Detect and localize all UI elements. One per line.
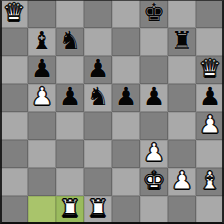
square-f2[interactable]: ♚ — [140, 168, 168, 196]
square-c5[interactable]: ♟ — [56, 84, 84, 112]
piece-black-pawn[interactable]: ♟ — [59, 83, 81, 111]
square-a7[interactable] — [0, 28, 28, 56]
square-d8[interactable] — [84, 0, 112, 28]
square-g3[interactable] — [168, 140, 196, 168]
piece-white-bishop[interactable]: ♝ — [199, 167, 221, 195]
piece-white-pawn[interactable]: ♟ — [143, 139, 165, 167]
square-d7[interactable] — [84, 28, 112, 56]
piece-black-knight[interactable]: ♞ — [87, 83, 109, 111]
square-f5[interactable]: ♟ — [140, 84, 168, 112]
square-g6[interactable] — [168, 56, 196, 84]
square-d2[interactable] — [84, 168, 112, 196]
square-e4[interactable] — [112, 112, 140, 140]
piece-black-bishop[interactable]: ♝ — [31, 27, 53, 55]
square-d4[interactable] — [84, 112, 112, 140]
square-f8[interactable]: ♚ — [140, 0, 168, 28]
piece-black-pawn[interactable]: ♟ — [115, 83, 137, 111]
square-e6[interactable] — [112, 56, 140, 84]
square-g4[interactable] — [168, 112, 196, 140]
square-b6[interactable]: ♟ — [28, 56, 56, 84]
square-f6[interactable] — [140, 56, 168, 84]
square-d3[interactable] — [84, 140, 112, 168]
square-f4[interactable] — [140, 112, 168, 140]
square-g7[interactable]: ♜ — [168, 28, 196, 56]
square-a3[interactable] — [0, 140, 28, 168]
chess-board-wrap: ♛♚♝♞♜♟♟♛♟♟♞♟♟♟♟♟♚♟♝♜♜ — [0, 0, 224, 224]
square-h3[interactable] — [196, 140, 224, 168]
square-e3[interactable] — [112, 140, 140, 168]
piece-white-rook[interactable]: ♜ — [87, 195, 109, 223]
square-c1[interactable]: ♜ — [56, 196, 84, 224]
piece-white-queen[interactable]: ♛ — [3, 0, 25, 27]
square-c7[interactable]: ♞ — [56, 28, 84, 56]
square-d5[interactable]: ♞ — [84, 84, 112, 112]
piece-white-pawn[interactable]: ♟ — [31, 83, 53, 111]
square-f3[interactable]: ♟ — [140, 140, 168, 168]
square-d1[interactable]: ♜ — [84, 196, 112, 224]
square-g2[interactable]: ♟ — [168, 168, 196, 196]
piece-white-pawn[interactable]: ♟ — [171, 167, 193, 195]
square-c3[interactable] — [56, 140, 84, 168]
square-a2[interactable] — [0, 168, 28, 196]
square-b1[interactable] — [28, 196, 56, 224]
piece-black-king[interactable]: ♚ — [143, 0, 165, 27]
piece-white-pawn[interactable]: ♟ — [199, 111, 221, 139]
square-a5[interactable] — [0, 84, 28, 112]
piece-white-queen[interactable]: ♛ — [199, 55, 221, 83]
piece-black-pawn[interactable]: ♟ — [199, 83, 221, 111]
piece-white-king[interactable]: ♚ — [143, 167, 165, 195]
square-e7[interactable] — [112, 28, 140, 56]
piece-black-knight[interactable]: ♞ — [59, 27, 81, 55]
square-d6[interactable]: ♟ — [84, 56, 112, 84]
square-h2[interactable]: ♝ — [196, 168, 224, 196]
square-f7[interactable] — [140, 28, 168, 56]
square-e5[interactable]: ♟ — [112, 84, 140, 112]
square-h5[interactable]: ♟ — [196, 84, 224, 112]
square-a4[interactable] — [0, 112, 28, 140]
square-h8[interactable] — [196, 0, 224, 28]
square-f1[interactable] — [140, 196, 168, 224]
square-b8[interactable] — [28, 0, 56, 28]
square-a1[interactable] — [0, 196, 28, 224]
piece-white-rook[interactable]: ♜ — [59, 195, 81, 223]
square-g1[interactable] — [168, 196, 196, 224]
square-h6[interactable]: ♛ — [196, 56, 224, 84]
piece-black-rook[interactable]: ♜ — [171, 27, 193, 55]
square-e1[interactable] — [112, 196, 140, 224]
square-c8[interactable] — [56, 0, 84, 28]
piece-black-pawn[interactable]: ♟ — [143, 83, 165, 111]
piece-black-pawn[interactable]: ♟ — [31, 55, 53, 83]
piece-black-pawn[interactable]: ♟ — [87, 55, 109, 83]
square-c2[interactable] — [56, 168, 84, 196]
square-b4[interactable] — [28, 112, 56, 140]
square-h4[interactable]: ♟ — [196, 112, 224, 140]
square-b3[interactable] — [28, 140, 56, 168]
square-h7[interactable] — [196, 28, 224, 56]
square-c6[interactable] — [56, 56, 84, 84]
chess-board: ♛♚♝♞♜♟♟♛♟♟♞♟♟♟♟♟♚♟♝♜♜ — [0, 0, 224, 224]
square-g5[interactable] — [168, 84, 196, 112]
square-h1[interactable] — [196, 196, 224, 224]
square-c4[interactable] — [56, 112, 84, 140]
square-b7[interactable]: ♝ — [28, 28, 56, 56]
square-e2[interactable] — [112, 168, 140, 196]
square-a6[interactable] — [0, 56, 28, 84]
square-a8[interactable]: ♛ — [0, 0, 28, 28]
square-b5[interactable]: ♟ — [28, 84, 56, 112]
square-g8[interactable] — [168, 0, 196, 28]
square-e8[interactable] — [112, 0, 140, 28]
square-b2[interactable] — [28, 168, 56, 196]
